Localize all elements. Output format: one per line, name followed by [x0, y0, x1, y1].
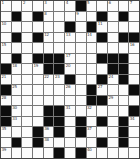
cell-r8c2[interactable] — [12, 75, 22, 85]
cell-r5c9[interactable] — [87, 43, 97, 53]
cell-r4c8[interactable] — [76, 33, 86, 43]
cell-r7c5-block — [44, 64, 54, 74]
cell-r12c8-block — [76, 117, 86, 127]
cell-r13c7[interactable] — [65, 127, 75, 137]
cell-r10c4[interactable] — [33, 96, 43, 106]
cell-r2c6[interactable] — [54, 12, 64, 22]
cell-r14c10-block — [97, 138, 107, 148]
cell-r6c7[interactable]: 17 — [65, 54, 75, 64]
cell-r1c3[interactable]: 2 — [22, 1, 32, 11]
cell-r1c8-block — [76, 1, 86, 11]
cell-r6c5-block — [44, 54, 54, 64]
clue-number-26: 26 — [66, 85, 71, 89]
cell-r14c7[interactable] — [65, 138, 75, 148]
cell-r9c10[interactable]: 27 — [97, 85, 107, 95]
cell-r11c5-block — [44, 106, 54, 116]
cell-r15c7[interactable] — [65, 148, 75, 158]
cell-r11c12[interactable] — [119, 106, 129, 116]
cell-r2c4-block — [33, 12, 43, 22]
cell-r4c1[interactable] — [1, 33, 11, 43]
cell-r1c12[interactable] — [119, 1, 129, 11]
cell-r15c4[interactable] — [33, 148, 43, 158]
clue-number-10: 10 — [2, 22, 7, 26]
cell-r4c4-block — [33, 33, 43, 43]
cell-r2c3[interactable] — [22, 12, 32, 22]
cell-r5c3[interactable] — [22, 43, 32, 53]
cell-r9c9-block — [87, 85, 97, 95]
cell-r9c2[interactable]: 25 — [12, 85, 22, 95]
cell-r7c11-block — [108, 64, 118, 74]
cell-r11c3[interactable] — [22, 106, 32, 116]
cell-r10c10-block — [97, 96, 107, 106]
cell-r14c2-block — [12, 138, 22, 148]
cell-r10c13[interactable] — [129, 96, 139, 106]
clue-number-7: 7 — [130, 1, 132, 5]
cell-r8c6[interactable]: 23 — [54, 75, 64, 85]
cell-r15c3[interactable] — [22, 148, 32, 158]
cell-r12c3[interactable] — [22, 117, 32, 127]
cell-r11c8[interactable] — [76, 106, 86, 116]
cell-r9c3[interactable] — [22, 85, 32, 95]
cell-r12c5-block — [44, 117, 54, 127]
cell-r10c11[interactable]: 29 — [108, 96, 118, 106]
cell-r13c5[interactable]: 36 — [44, 127, 54, 137]
cell-r7c9[interactable] — [87, 64, 97, 74]
cell-r6c9[interactable] — [87, 54, 97, 64]
cell-r5c12[interactable] — [119, 43, 129, 53]
clue-number-32: 32 — [87, 106, 92, 110]
cell-r7c10[interactable] — [97, 64, 107, 74]
cell-r14c3[interactable] — [22, 138, 32, 148]
cell-r13c9[interactable]: 37 — [87, 127, 97, 137]
cell-r9c7[interactable]: 26 — [65, 85, 75, 95]
cell-r13c1[interactable]: 35 — [1, 127, 11, 137]
cell-r6c13[interactable] — [129, 54, 139, 64]
cell-r4c12-block — [119, 33, 129, 43]
clue-number-23: 23 — [55, 75, 60, 79]
cell-r3c3[interactable] — [22, 22, 32, 32]
cell-r11c2[interactable]: 30 — [12, 106, 22, 116]
cell-r6c6-block — [54, 54, 64, 64]
cell-r8c5[interactable]: 22 — [44, 75, 54, 85]
clue-number-33: 33 — [12, 117, 17, 121]
cell-r1c6[interactable] — [54, 1, 64, 11]
clue-number-34: 34 — [130, 117, 135, 121]
clue-number-35: 35 — [2, 127, 7, 131]
cell-r6c10-block — [97, 54, 107, 64]
cell-r9c4[interactable] — [33, 85, 43, 95]
clue-number-19: 19 — [34, 64, 39, 68]
cell-r6c12-block — [119, 54, 129, 64]
cell-r15c13[interactable] — [129, 148, 139, 158]
cell-r8c12-block — [119, 75, 129, 85]
cell-r3c2[interactable] — [12, 22, 22, 32]
cell-r3c13[interactable] — [129, 22, 139, 32]
cell-r12c4[interactable] — [33, 117, 43, 127]
cell-r3c9-block — [87, 22, 97, 32]
cell-r1c10[interactable] — [97, 1, 107, 11]
cell-r5c2[interactable] — [12, 43, 22, 53]
cell-r2c2-block — [12, 12, 22, 22]
cell-r13c12-block — [119, 127, 129, 137]
cell-r3c12[interactable] — [119, 22, 129, 32]
cell-r7c1-block — [1, 64, 11, 74]
cell-r8c11[interactable]: 24 — [108, 75, 118, 85]
clue-number-39: 39 — [2, 148, 7, 152]
cell-r13c11[interactable] — [108, 127, 118, 137]
clue-number-1: 1 — [2, 1, 4, 5]
cell-r9c6[interactable] — [54, 85, 64, 95]
cell-r11c10[interactable] — [97, 106, 107, 116]
cell-r1c1[interactable]: 1 — [1, 1, 11, 11]
clue-number-13: 13 — [66, 33, 71, 37]
cell-r15c9[interactable]: 40 — [87, 148, 97, 158]
clue-number-24: 24 — [108, 75, 113, 79]
cell-r14c8[interactable] — [76, 138, 86, 148]
cell-r4c11[interactable] — [108, 33, 118, 43]
clue-number-15: 15 — [2, 43, 7, 47]
cell-r8c8[interactable] — [76, 75, 86, 85]
cell-r2c5[interactable]: 8 — [44, 12, 54, 22]
cell-r6c2-block — [12, 54, 22, 64]
cell-r10c3[interactable] — [22, 96, 32, 106]
cell-r12c6-block — [54, 117, 64, 127]
cell-r4c2-block — [12, 33, 22, 43]
cell-r4c10-block — [97, 33, 107, 43]
cell-r9c12[interactable] — [119, 85, 129, 95]
cell-r15c10[interactable] — [97, 148, 107, 158]
cell-r15c11[interactable] — [108, 148, 118, 158]
cell-r12c7[interactable] — [65, 117, 75, 127]
cell-r11c11[interactable] — [108, 106, 118, 116]
cell-r13c6-block — [54, 127, 64, 137]
cell-r3c4[interactable] — [33, 22, 43, 32]
cell-r10c6[interactable] — [54, 96, 64, 106]
cell-r13c2[interactable] — [12, 127, 22, 137]
clue-number-27: 27 — [98, 85, 103, 89]
cell-r12c1-block — [1, 117, 11, 127]
cell-r3c5[interactable] — [44, 22, 54, 32]
cell-r13c3[interactable] — [22, 127, 32, 137]
cell-r9c8[interactable] — [76, 85, 86, 95]
cell-r4c13-block — [129, 33, 139, 43]
cell-r14c9[interactable] — [87, 138, 97, 148]
clue-number-9: 9 — [76, 12, 78, 16]
cell-r15c5[interactable] — [44, 148, 54, 158]
cell-r1c5[interactable]: 3 — [44, 1, 54, 11]
cell-r11c7[interactable]: 31 — [65, 106, 75, 116]
clue-number-29: 29 — [108, 96, 113, 100]
cell-r3c6[interactable] — [54, 22, 64, 32]
clue-number-4: 4 — [66, 1, 68, 5]
cell-r3c1[interactable]: 10 — [1, 22, 11, 32]
cell-r3c11[interactable] — [108, 22, 118, 32]
clue-number-17: 17 — [66, 54, 71, 58]
clue-number-36: 36 — [44, 127, 49, 131]
clue-number-40: 40 — [87, 148, 92, 152]
cell-r11c13-block — [129, 106, 139, 116]
cell-r1c9[interactable]: 5 — [87, 1, 97, 11]
clue-number-6: 6 — [108, 1, 110, 5]
clue-number-37: 37 — [87, 127, 92, 131]
cell-r5c7[interactable] — [65, 43, 75, 53]
cell-r2c7[interactable] — [65, 12, 75, 22]
cell-r14c5[interactable]: 38 — [44, 138, 54, 148]
cell-r4c5[interactable]: 12 — [44, 33, 54, 43]
cell-r9c5[interactable] — [44, 85, 54, 95]
clue-number-12: 12 — [44, 33, 49, 37]
clue-number-18: 18 — [12, 64, 17, 68]
cell-r12c2[interactable]: 33 — [12, 117, 22, 127]
cell-r7c6-block — [54, 64, 64, 74]
cell-r4c3[interactable] — [22, 33, 32, 43]
cell-r14c6[interactable] — [54, 138, 64, 148]
cell-r7c12-block — [119, 64, 129, 74]
cell-r12c9[interactable] — [87, 117, 97, 127]
cell-r14c13[interactable] — [129, 138, 139, 148]
cell-r8c4[interactable] — [33, 75, 43, 85]
cell-r8c9[interactable] — [87, 75, 97, 85]
clue-number-2: 2 — [23, 1, 25, 5]
cell-r9c13-block — [129, 85, 139, 95]
clue-number-20: 20 — [66, 64, 71, 68]
cell-r4c9[interactable]: 14 — [87, 33, 97, 43]
clue-number-11: 11 — [98, 22, 103, 26]
cell-r13c4-block — [33, 127, 43, 137]
cell-r11c6-block — [54, 106, 64, 116]
cell-r1c7[interactable]: 4 — [65, 1, 75, 11]
clue-number-3: 3 — [44, 1, 46, 5]
cell-r7c2[interactable]: 18 — [12, 64, 22, 74]
cell-r10c8[interactable] — [76, 96, 86, 106]
clue-number-21: 21 — [2, 75, 7, 79]
cell-r10c12[interactable] — [119, 96, 129, 106]
cell-r15c6-block — [54, 148, 64, 158]
cell-r7c4[interactable]: 19 — [33, 64, 43, 74]
cell-r7c3[interactable] — [22, 64, 32, 74]
crossword-grid: 1234567891011121314151617181920212223242… — [0, 0, 140, 159]
cell-r14c11[interactable] — [108, 138, 118, 148]
cell-r14c1[interactable] — [1, 138, 11, 148]
cell-r6c3[interactable] — [22, 54, 32, 64]
cell-r14c12-block — [119, 138, 129, 148]
cell-r5c5[interactable] — [44, 43, 54, 53]
cell-r3c10[interactable]: 11 — [97, 22, 107, 32]
cell-r15c1[interactable]: 39 — [1, 148, 11, 158]
cell-r10c7[interactable] — [65, 96, 75, 106]
cell-r1c11[interactable]: 6 — [108, 1, 118, 11]
cell-r2c11[interactable] — [108, 12, 118, 22]
cell-r15c2[interactable] — [12, 148, 22, 158]
cell-r12c12-block — [119, 117, 129, 127]
cell-r15c12[interactable] — [119, 148, 129, 158]
cell-r12c10-block — [97, 117, 107, 127]
cell-r5c10[interactable] — [97, 43, 107, 53]
cell-r4c7[interactable]: 13 — [65, 33, 75, 43]
cell-r13c8-block — [76, 127, 86, 137]
cell-r6c11-block — [108, 54, 118, 64]
cell-r8c7-block — [65, 75, 75, 85]
cell-r2c9[interactable] — [87, 12, 97, 22]
clue-number-16: 16 — [130, 43, 135, 47]
cell-r7c8[interactable] — [76, 64, 86, 74]
cell-r13c10[interactable] — [97, 127, 107, 137]
cell-r10c9-block — [87, 96, 97, 106]
clue-number-8: 8 — [44, 12, 46, 16]
clue-number-22: 22 — [44, 75, 49, 79]
cell-r5c6[interactable] — [54, 43, 64, 53]
cell-r6c4-block — [33, 54, 43, 64]
clue-number-5: 5 — [87, 1, 89, 5]
cell-r11c4[interactable] — [33, 106, 43, 116]
cell-r6c8[interactable] — [76, 54, 86, 64]
clue-number-14: 14 — [87, 33, 92, 37]
cell-r2c10-block — [97, 12, 107, 22]
cell-r6c1[interactable] — [1, 54, 11, 64]
cell-r5c11[interactable] — [108, 43, 118, 53]
cell-r7c7[interactable]: 20 — [65, 64, 75, 74]
cell-r8c10-block — [97, 75, 107, 85]
cell-r11c9[interactable]: 32 — [87, 106, 97, 116]
cell-r2c12-block — [119, 12, 129, 22]
clue-number-28: 28 — [2, 96, 7, 100]
cell-r10c1[interactable]: 28 — [1, 96, 11, 106]
cell-r14c4-block — [33, 138, 43, 148]
cell-r8c3[interactable] — [22, 75, 32, 85]
cell-r7c13[interactable] — [129, 64, 139, 74]
cell-r12c13[interactable]: 34 — [129, 117, 139, 127]
cell-r11c1-block — [1, 106, 11, 116]
cell-r2c8[interactable]: 9 — [76, 12, 86, 22]
cell-r8c13[interactable] — [129, 75, 139, 85]
cell-r2c13[interactable] — [129, 12, 139, 22]
cell-r5c4[interactable] — [33, 43, 43, 53]
cell-r5c1[interactable]: 15 — [1, 43, 11, 53]
cell-r1c13[interactable]: 7 — [129, 1, 139, 11]
cell-r13c13[interactable] — [129, 127, 139, 137]
cell-r5c13[interactable]: 16 — [129, 43, 139, 53]
cell-r1c2[interactable] — [12, 1, 22, 11]
cell-r12c11[interactable] — [108, 117, 118, 127]
cell-r15c8-block — [76, 148, 86, 158]
cell-r3c7-block — [65, 22, 75, 32]
cell-r10c2[interactable] — [12, 96, 22, 106]
cell-r8c1[interactable]: 21 — [1, 75, 11, 85]
cell-r9c11[interactable] — [108, 85, 118, 95]
clue-number-31: 31 — [66, 106, 71, 110]
clue-number-25: 25 — [12, 85, 17, 89]
cell-r9c1-block — [1, 85, 11, 95]
cell-r2c1[interactable] — [1, 12, 11, 22]
cell-r5c8[interactable] — [76, 43, 86, 53]
clue-number-30: 30 — [12, 106, 17, 110]
cell-r4c6[interactable] — [54, 33, 64, 43]
cell-r1c4[interactable] — [33, 1, 43, 11]
cell-r3c8[interactable] — [76, 22, 86, 32]
cell-r10c5[interactable] — [44, 96, 54, 106]
clue-number-38: 38 — [44, 138, 49, 142]
